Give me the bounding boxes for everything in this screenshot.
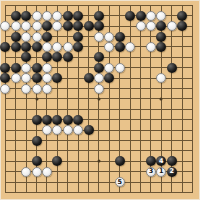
black-stone	[125, 11, 135, 21]
go-board[interactable]: 43125	[1, 1, 199, 199]
grid-line-horizontal	[5, 130, 193, 131]
black-stone	[0, 63, 10, 73]
white-stone	[21, 73, 31, 83]
white-stone	[21, 84, 31, 94]
grid-line-vertical	[140, 5, 141, 193]
white-stone	[42, 11, 52, 21]
black-stone	[115, 32, 125, 42]
white-stone	[42, 42, 52, 52]
black-stone	[73, 42, 83, 52]
black-stone	[11, 32, 21, 42]
move-number-label: 1	[159, 168, 164, 175]
white-stone	[32, 32, 42, 42]
white-stone	[167, 21, 177, 31]
black-stone	[156, 32, 166, 42]
white-stone	[11, 21, 21, 31]
black-stone	[0, 42, 10, 52]
white-stone	[32, 167, 42, 177]
black-stone	[0, 73, 10, 83]
white-stone	[52, 11, 62, 21]
black-stone	[63, 115, 73, 125]
move-number-label: 3	[149, 168, 154, 175]
white-stone	[42, 167, 52, 177]
grid-line-horizontal	[5, 150, 193, 151]
black-stone	[21, 42, 31, 52]
black-stone	[11, 63, 21, 73]
black-stone	[42, 115, 52, 125]
go-game-screenshot: 43125	[0, 0, 200, 200]
black-stone	[11, 42, 21, 52]
white-stone	[42, 84, 52, 94]
white-stone	[73, 125, 83, 135]
black-stone	[63, 52, 73, 62]
black-stone	[156, 42, 166, 52]
grid-line-vertical	[130, 5, 131, 193]
black-stone	[94, 52, 104, 62]
black-stone	[136, 11, 146, 21]
star-point	[160, 97, 163, 100]
white-stone	[94, 73, 104, 83]
white-stone	[11, 73, 21, 83]
white-stone	[156, 73, 166, 83]
grid-line-vertical	[182, 5, 183, 193]
white-stone	[21, 32, 31, 42]
star-point	[97, 97, 100, 100]
black-stone	[52, 115, 62, 125]
white-stone	[146, 21, 156, 31]
white-stone	[21, 167, 31, 177]
black-stone	[177, 21, 187, 31]
black-stone	[84, 21, 94, 31]
black-stone	[94, 21, 104, 31]
black-stone	[52, 52, 62, 62]
black-stone	[84, 125, 94, 135]
white-stone	[32, 21, 42, 31]
white-stone	[32, 84, 42, 94]
black-stone	[52, 73, 62, 83]
white-stone-numbered: 5	[115, 177, 125, 187]
black-stone	[73, 21, 83, 31]
white-stone	[94, 84, 104, 94]
grid-line-horizontal	[5, 109, 193, 110]
black-stone	[115, 42, 125, 52]
black-stone	[73, 32, 83, 42]
white-stone	[52, 42, 62, 52]
white-stone-numbered: 3	[146, 167, 156, 177]
white-stone	[21, 21, 31, 31]
black-stone-numbered: 4	[156, 156, 166, 166]
grid-line-vertical	[192, 5, 193, 193]
white-stone	[104, 63, 114, 73]
black-stone	[32, 63, 42, 73]
white-stone	[146, 11, 156, 21]
black-stone	[146, 156, 156, 166]
black-stone	[42, 32, 52, 42]
white-stone	[63, 42, 73, 52]
black-stone	[156, 21, 166, 31]
white-stone	[0, 84, 10, 94]
white-stone	[156, 11, 166, 21]
grid-line-horizontal	[5, 192, 193, 193]
white-stone	[125, 42, 135, 52]
black-stone	[32, 115, 42, 125]
black-stone	[52, 156, 62, 166]
black-stone	[63, 11, 73, 21]
black-stone	[63, 21, 73, 31]
black-stone	[11, 11, 21, 21]
black-stone	[94, 11, 104, 21]
black-stone	[32, 156, 42, 166]
black-stone	[42, 21, 52, 31]
black-stone	[115, 156, 125, 166]
grid-line-horizontal	[5, 182, 193, 183]
star-point	[97, 160, 100, 163]
white-stone	[42, 63, 52, 73]
move-number-label: 5	[117, 179, 122, 186]
white-stone	[42, 125, 52, 135]
white-stone	[104, 42, 114, 52]
white-stone	[63, 125, 73, 135]
black-stone	[104, 73, 114, 83]
white-stone	[136, 21, 146, 31]
star-point	[35, 97, 38, 100]
black-stone	[94, 63, 104, 73]
black-stone	[73, 115, 83, 125]
move-number-label: 4	[159, 158, 164, 165]
white-stone	[21, 63, 31, 73]
black-stone	[32, 136, 42, 146]
black-stone	[32, 73, 42, 83]
black-stone	[42, 52, 52, 62]
black-stone	[21, 11, 31, 21]
white-stone	[42, 73, 52, 83]
white-stone	[52, 125, 62, 135]
white-stone	[52, 21, 62, 31]
white-stone	[94, 32, 104, 42]
white-stone	[104, 32, 114, 42]
black-stone	[167, 156, 177, 166]
black-stone	[32, 42, 42, 52]
black-stone-numbered: 2	[167, 167, 177, 177]
move-number-label: 2	[169, 168, 174, 175]
black-stone	[73, 11, 83, 21]
white-stone	[115, 63, 125, 73]
black-stone	[21, 52, 31, 62]
black-stone	[177, 11, 187, 21]
black-stone	[167, 63, 177, 73]
white-stone	[32, 11, 42, 21]
white-stone	[0, 21, 10, 31]
black-stone	[84, 73, 94, 83]
white-stone-numbered: 1	[156, 167, 166, 177]
white-stone	[146, 42, 156, 52]
